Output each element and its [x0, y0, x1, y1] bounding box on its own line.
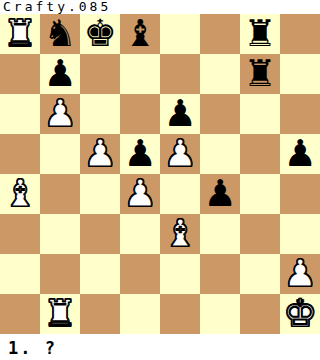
square-f1[interactable]: [200, 294, 240, 334]
piece-white-king[interactable]: ♚: [283, 294, 316, 334]
piece-black-knight[interactable]: ♞: [43, 14, 76, 54]
piece-black-pawn[interactable]: ♟: [283, 134, 316, 174]
square-a8[interactable]: ♜: [0, 14, 40, 54]
piece-black-rook[interactable]: ♜: [243, 14, 276, 54]
square-b1[interactable]: ♜: [40, 294, 80, 334]
square-f6[interactable]: [200, 94, 240, 134]
square-h3[interactable]: [280, 214, 320, 254]
chess-board: ♜♞♚♝♜♟♜♟♟♟♟♟♟♝♟♟♝♟♜♚: [0, 14, 320, 334]
square-d1[interactable]: [120, 294, 160, 334]
square-e7[interactable]: [160, 54, 200, 94]
square-f4[interactable]: ♟: [200, 174, 240, 214]
piece-white-rook[interactable]: ♜: [3, 14, 36, 54]
square-f5[interactable]: [200, 134, 240, 174]
crafty-window: Crafty.085 ♜♞♚♝♜♟♜♟♟♟♟♟♟♝♟♟♝♟♜♚ 1. ?: [0, 0, 320, 360]
square-h1[interactable]: ♚: [280, 294, 320, 334]
square-e3[interactable]: ♝: [160, 214, 200, 254]
piece-white-pawn[interactable]: ♟: [123, 174, 156, 214]
square-d8[interactable]: ♝: [120, 14, 160, 54]
square-d4[interactable]: ♟: [120, 174, 160, 214]
square-e1[interactable]: [160, 294, 200, 334]
piece-black-pawn[interactable]: ♟: [203, 174, 236, 214]
square-a7[interactable]: [0, 54, 40, 94]
piece-white-pawn[interactable]: ♟: [43, 94, 76, 134]
piece-white-pawn[interactable]: ♟: [163, 134, 196, 174]
square-e5[interactable]: ♟: [160, 134, 200, 174]
square-f7[interactable]: [200, 54, 240, 94]
square-h6[interactable]: [280, 94, 320, 134]
square-e2[interactable]: [160, 254, 200, 294]
piece-white-pawn[interactable]: ♟: [83, 134, 116, 174]
square-e8[interactable]: [160, 14, 200, 54]
square-b6[interactable]: ♟: [40, 94, 80, 134]
square-d7[interactable]: [120, 54, 160, 94]
square-h5[interactable]: ♟: [280, 134, 320, 174]
square-a4[interactable]: ♝: [0, 174, 40, 214]
square-g5[interactable]: [240, 134, 280, 174]
square-f2[interactable]: [200, 254, 240, 294]
square-b8[interactable]: ♞: [40, 14, 80, 54]
move-prompt: 1. ?: [0, 334, 320, 360]
square-h7[interactable]: [280, 54, 320, 94]
piece-black-king[interactable]: ♚: [83, 14, 116, 54]
square-g3[interactable]: [240, 214, 280, 254]
square-a2[interactable]: [0, 254, 40, 294]
square-g6[interactable]: [240, 94, 280, 134]
square-a1[interactable]: [0, 294, 40, 334]
piece-black-pawn[interactable]: ♟: [163, 94, 196, 134]
piece-black-rook[interactable]: ♜: [243, 54, 276, 94]
square-c3[interactable]: [80, 214, 120, 254]
square-d5[interactable]: ♟: [120, 134, 160, 174]
piece-black-pawn[interactable]: ♟: [43, 54, 76, 94]
square-b2[interactable]: [40, 254, 80, 294]
piece-white-rook[interactable]: ♜: [43, 294, 76, 334]
square-h4[interactable]: [280, 174, 320, 214]
piece-white-bishop[interactable]: ♝: [163, 214, 196, 254]
piece-white-bishop[interactable]: ♝: [3, 174, 36, 214]
square-c2[interactable]: [80, 254, 120, 294]
square-h8[interactable]: [280, 14, 320, 54]
square-d3[interactable]: [120, 214, 160, 254]
square-a5[interactable]: [0, 134, 40, 174]
square-g7[interactable]: ♜: [240, 54, 280, 94]
square-e6[interactable]: ♟: [160, 94, 200, 134]
square-d6[interactable]: [120, 94, 160, 134]
square-e4[interactable]: [160, 174, 200, 214]
square-g2[interactable]: [240, 254, 280, 294]
square-d2[interactable]: [120, 254, 160, 294]
square-c6[interactable]: [80, 94, 120, 134]
piece-white-pawn[interactable]: ♟: [283, 254, 316, 294]
square-f8[interactable]: [200, 14, 240, 54]
square-a6[interactable]: [0, 94, 40, 134]
square-c1[interactable]: [80, 294, 120, 334]
square-h2[interactable]: ♟: [280, 254, 320, 294]
square-b3[interactable]: [40, 214, 80, 254]
square-a3[interactable]: [0, 214, 40, 254]
square-g8[interactable]: ♜: [240, 14, 280, 54]
piece-black-pawn[interactable]: ♟: [123, 134, 156, 174]
square-c7[interactable]: [80, 54, 120, 94]
piece-black-bishop[interactable]: ♝: [123, 14, 156, 54]
square-b5[interactable]: [40, 134, 80, 174]
square-c8[interactable]: ♚: [80, 14, 120, 54]
square-g1[interactable]: [240, 294, 280, 334]
square-b7[interactable]: ♟: [40, 54, 80, 94]
square-g4[interactable]: [240, 174, 280, 214]
square-f3[interactable]: [200, 214, 240, 254]
square-c4[interactable]: [80, 174, 120, 214]
square-c5[interactable]: ♟: [80, 134, 120, 174]
square-b4[interactable]: [40, 174, 80, 214]
